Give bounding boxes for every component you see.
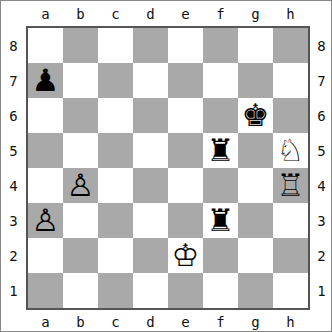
file-label-top-a: a (28, 1, 63, 26)
square-f6[interactable] (203, 98, 238, 133)
rank-label-right-3: 3 (310, 203, 332, 238)
square-c2[interactable] (98, 238, 133, 273)
square-g5[interactable] (238, 133, 273, 168)
square-d7[interactable] (133, 63, 168, 98)
file-label-top-e: e (168, 1, 203, 26)
black-rook-icon: ♜ (207, 203, 235, 238)
file-label-top-f: f (203, 1, 238, 26)
file-label-bottom-b: b (63, 310, 98, 332)
square-d5[interactable] (133, 133, 168, 168)
square-b6[interactable] (63, 98, 98, 133)
square-d6[interactable] (133, 98, 168, 133)
file-label-bottom-h: h (273, 310, 308, 332)
rank-labels-left: 87654321 (1, 28, 26, 308)
square-f2[interactable] (203, 238, 238, 273)
square-d2[interactable] (133, 238, 168, 273)
file-label-top-c: c (98, 1, 133, 26)
square-g2[interactable] (238, 238, 273, 273)
file-label-bottom-f: f (203, 310, 238, 332)
square-g7[interactable] (238, 63, 273, 98)
file-label-top-b: b (63, 1, 98, 26)
square-b8[interactable] (63, 28, 98, 63)
rank-label-left-3: 3 (1, 203, 26, 238)
square-f8[interactable] (203, 28, 238, 63)
file-label-bottom-a: a (28, 310, 63, 332)
chess-diagram: abcdefgh abcdefgh 87654321 87654321 ♟♚♜♘… (0, 0, 332, 332)
square-a2[interactable] (28, 238, 63, 273)
square-f3[interactable]: ♜ (203, 203, 238, 238)
square-c3[interactable] (98, 203, 133, 238)
chess-board: ♟♚♜♘♙♖♙♜♔ (26, 26, 310, 310)
square-b1[interactable] (63, 273, 98, 308)
square-c7[interactable] (98, 63, 133, 98)
square-e2[interactable]: ♔ (168, 238, 203, 273)
rank-label-left-1: 1 (1, 273, 26, 308)
rank-label-right-7: 7 (310, 63, 332, 98)
rank-labels-right: 87654321 (310, 28, 332, 308)
square-c8[interactable] (98, 28, 133, 63)
square-d3[interactable] (133, 203, 168, 238)
black-king-icon: ♚ (242, 98, 270, 133)
square-b5[interactable] (63, 133, 98, 168)
square-a7[interactable]: ♟ (28, 63, 63, 98)
square-e5[interactable] (168, 133, 203, 168)
square-g8[interactable] (238, 28, 273, 63)
square-c5[interactable] (98, 133, 133, 168)
square-d4[interactable] (133, 168, 168, 203)
rank-label-left-8: 8 (1, 28, 26, 63)
black-pawn-icon: ♟ (32, 63, 60, 98)
square-h6[interactable] (273, 98, 308, 133)
rank-label-left-7: 7 (1, 63, 26, 98)
square-h3[interactable] (273, 203, 308, 238)
square-b3[interactable] (63, 203, 98, 238)
square-a6[interactable] (28, 98, 63, 133)
square-g6[interactable]: ♚ (238, 98, 273, 133)
square-a8[interactable] (28, 28, 63, 63)
rank-label-right-1: 1 (310, 273, 332, 308)
white-rook-icon: ♖ (277, 168, 305, 203)
square-d8[interactable] (133, 28, 168, 63)
square-c4[interactable] (98, 168, 133, 203)
rank-label-right-2: 2 (310, 238, 332, 273)
square-h2[interactable] (273, 238, 308, 273)
white-pawn-icon: ♙ (32, 203, 60, 238)
rank-label-left-4: 4 (1, 168, 26, 203)
square-d1[interactable] (133, 273, 168, 308)
square-h7[interactable] (273, 63, 308, 98)
square-a1[interactable] (28, 273, 63, 308)
rank-label-right-8: 8 (310, 28, 332, 63)
rank-label-left-2: 2 (1, 238, 26, 273)
square-g4[interactable] (238, 168, 273, 203)
square-f4[interactable] (203, 168, 238, 203)
square-e4[interactable] (168, 168, 203, 203)
file-label-bottom-g: g (238, 310, 273, 332)
file-label-bottom-e: e (168, 310, 203, 332)
square-e6[interactable] (168, 98, 203, 133)
square-b2[interactable] (63, 238, 98, 273)
square-e1[interactable] (168, 273, 203, 308)
square-c6[interactable] (98, 98, 133, 133)
rank-label-right-4: 4 (310, 168, 332, 203)
square-h4[interactable]: ♖ (273, 168, 308, 203)
rank-label-right-6: 6 (310, 98, 332, 133)
square-h8[interactable] (273, 28, 308, 63)
square-g3[interactable] (238, 203, 273, 238)
square-c1[interactable] (98, 273, 133, 308)
white-knight-icon: ♘ (277, 133, 305, 168)
square-h5[interactable]: ♘ (273, 133, 308, 168)
file-labels-bottom: abcdefgh (28, 310, 308, 332)
square-f7[interactable] (203, 63, 238, 98)
square-b7[interactable] (63, 63, 98, 98)
square-h1[interactable] (273, 273, 308, 308)
square-f5[interactable]: ♜ (203, 133, 238, 168)
square-g1[interactable] (238, 273, 273, 308)
square-a4[interactable] (28, 168, 63, 203)
square-e7[interactable] (168, 63, 203, 98)
file-labels-top: abcdefgh (28, 1, 308, 26)
white-pawn-icon: ♙ (67, 168, 95, 203)
square-f1[interactable] (203, 273, 238, 308)
file-label-top-h: h (273, 1, 308, 26)
file-label-top-d: d (133, 1, 168, 26)
square-e8[interactable] (168, 28, 203, 63)
square-b4[interactable]: ♙ (63, 168, 98, 203)
white-king-icon: ♔ (172, 238, 200, 273)
square-e3[interactable] (168, 203, 203, 238)
square-a5[interactable] (28, 133, 63, 168)
rank-label-right-5: 5 (310, 133, 332, 168)
file-label-bottom-c: c (98, 310, 133, 332)
file-label-bottom-d: d (133, 310, 168, 332)
rank-label-left-6: 6 (1, 98, 26, 133)
rank-label-left-5: 5 (1, 133, 26, 168)
file-label-top-g: g (238, 1, 273, 26)
square-a3[interactable]: ♙ (28, 203, 63, 238)
black-rook-icon: ♜ (207, 133, 235, 168)
